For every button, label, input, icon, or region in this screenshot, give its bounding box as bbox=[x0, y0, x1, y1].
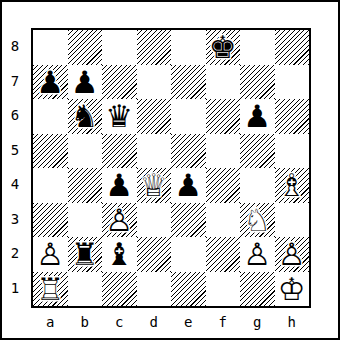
rank-label-5: 5 bbox=[2, 132, 28, 167]
chess-diagram: 87654321 ♚♚♟♟♟♟♞♞♛♛♟♟♟♟♛♕♟♟♝♗♟♙♞♘♟♙♜♜♝♝♟… bbox=[0, 0, 340, 340]
white-pawn-h2[interactable]: ♙ bbox=[275, 237, 310, 272]
piece-halo: ♚ bbox=[275, 272, 310, 307]
white-pawn-a2[interactable]: ♙ bbox=[33, 237, 68, 272]
square-a7[interactable]: ♟♟ bbox=[33, 65, 68, 100]
square-c6[interactable]: ♛♛ bbox=[102, 99, 137, 134]
square-d5[interactable] bbox=[137, 134, 172, 169]
black-pawn-b7[interactable]: ♟ bbox=[68, 65, 103, 100]
square-g5[interactable] bbox=[240, 134, 275, 169]
square-a5[interactable] bbox=[33, 134, 68, 169]
file-label-c: c bbox=[102, 310, 137, 334]
square-e7[interactable] bbox=[171, 65, 206, 100]
square-h4[interactable]: ♝♗ bbox=[275, 168, 310, 203]
square-g1[interactable] bbox=[240, 272, 275, 307]
black-pawn-g6[interactable]: ♟ bbox=[240, 99, 275, 134]
black-rook-b2[interactable]: ♜ bbox=[68, 237, 103, 272]
rank-label-6: 6 bbox=[2, 97, 28, 132]
square-h1[interactable]: ♚♔ bbox=[275, 272, 310, 307]
piece-halo: ♟ bbox=[102, 203, 137, 238]
white-pawn-c3[interactable]: ♙ bbox=[102, 203, 137, 238]
white-queen-d4[interactable]: ♕ bbox=[137, 168, 172, 203]
black-pawn-a7[interactable]: ♟ bbox=[33, 65, 68, 100]
square-d8[interactable] bbox=[137, 30, 172, 65]
rank-label-7: 7 bbox=[2, 63, 28, 98]
square-g8[interactable] bbox=[240, 30, 275, 65]
white-pawn-g2[interactable]: ♙ bbox=[240, 237, 275, 272]
square-a6[interactable] bbox=[33, 99, 68, 134]
piece-halo: ♞ bbox=[240, 203, 275, 238]
piece-halo: ♟ bbox=[102, 168, 137, 203]
black-queen-c6[interactable]: ♛ bbox=[102, 99, 137, 134]
piece-halo: ♞ bbox=[68, 99, 103, 134]
file-label-g: g bbox=[240, 310, 275, 334]
rank-label-1: 1 bbox=[2, 270, 28, 305]
piece-halo: ♚ bbox=[206, 30, 241, 65]
file-label-e: e bbox=[171, 310, 206, 334]
piece-halo: ♟ bbox=[240, 99, 275, 134]
square-a2[interactable]: ♟♙ bbox=[33, 237, 68, 272]
piece-halo: ♝ bbox=[275, 168, 310, 203]
square-f4[interactable] bbox=[206, 168, 241, 203]
square-b5[interactable] bbox=[68, 134, 103, 169]
square-b4[interactable] bbox=[68, 168, 103, 203]
square-f7[interactable] bbox=[206, 65, 241, 100]
square-c3[interactable]: ♟♙ bbox=[102, 203, 137, 238]
piece-halo: ♟ bbox=[68, 65, 103, 100]
square-f3[interactable] bbox=[206, 203, 241, 238]
square-a1[interactable]: ♜♖ bbox=[33, 272, 68, 307]
piece-halo: ♛ bbox=[137, 168, 172, 203]
square-h8[interactable] bbox=[275, 30, 310, 65]
square-a4[interactable] bbox=[33, 168, 68, 203]
piece-halo: ♟ bbox=[240, 237, 275, 272]
square-h3[interactable] bbox=[275, 203, 310, 238]
rank-label-3: 3 bbox=[2, 201, 28, 236]
square-f1[interactable] bbox=[206, 272, 241, 307]
square-c2[interactable]: ♝♝ bbox=[102, 237, 137, 272]
square-d3[interactable] bbox=[137, 203, 172, 238]
square-b2[interactable]: ♜♜ bbox=[68, 237, 103, 272]
square-b3[interactable] bbox=[68, 203, 103, 238]
square-c5[interactable] bbox=[102, 134, 137, 169]
square-c4[interactable]: ♟♟ bbox=[102, 168, 137, 203]
square-b8[interactable] bbox=[68, 30, 103, 65]
square-h5[interactable] bbox=[275, 134, 310, 169]
piece-halo: ♜ bbox=[33, 272, 68, 307]
rank-label-8: 8 bbox=[2, 28, 28, 63]
square-c1[interactable] bbox=[102, 272, 137, 307]
piece-halo: ♜ bbox=[68, 237, 103, 272]
square-h7[interactable] bbox=[275, 65, 310, 100]
piece-halo: ♟ bbox=[33, 65, 68, 100]
chess-board[interactable]: ♚♚♟♟♟♟♞♞♛♛♟♟♟♟♛♕♟♟♝♗♟♙♞♘♟♙♜♜♝♝♟♙♟♙♜♖♚♔ bbox=[31, 28, 311, 308]
piece-halo: ♛ bbox=[102, 99, 137, 134]
white-king-h1[interactable]: ♔ bbox=[275, 272, 310, 307]
square-e8[interactable] bbox=[171, 30, 206, 65]
piece-halo: ♟ bbox=[33, 237, 68, 272]
black-pawn-e4[interactable]: ♟ bbox=[171, 168, 206, 203]
rank-labels: 87654321 bbox=[2, 28, 28, 308]
square-g7[interactable] bbox=[240, 65, 275, 100]
file-label-d: d bbox=[137, 310, 172, 334]
black-king-f8[interactable]: ♚ bbox=[206, 30, 241, 65]
square-c7[interactable] bbox=[102, 65, 137, 100]
square-d2[interactable] bbox=[137, 237, 172, 272]
rank-label-4: 4 bbox=[2, 166, 28, 201]
black-bishop-c2[interactable]: ♝ bbox=[102, 237, 137, 272]
white-bishop-h4[interactable]: ♗ bbox=[275, 168, 310, 203]
white-rook-a1[interactable]: ♖ bbox=[33, 272, 68, 307]
file-labels: abcdefgh bbox=[33, 310, 309, 334]
square-b6[interactable]: ♞♞ bbox=[68, 99, 103, 134]
square-g4[interactable] bbox=[240, 168, 275, 203]
black-knight-b6[interactable]: ♞ bbox=[68, 99, 103, 134]
file-label-h: h bbox=[275, 310, 310, 334]
file-label-a: a bbox=[33, 310, 68, 334]
square-g3[interactable]: ♞♘ bbox=[240, 203, 275, 238]
piece-halo: ♟ bbox=[171, 168, 206, 203]
square-d7[interactable] bbox=[137, 65, 172, 100]
square-e2[interactable] bbox=[171, 237, 206, 272]
square-h2[interactable]: ♟♙ bbox=[275, 237, 310, 272]
piece-halo: ♝ bbox=[102, 237, 137, 272]
square-f6[interactable] bbox=[206, 99, 241, 134]
square-g2[interactable]: ♟♙ bbox=[240, 237, 275, 272]
square-f8[interactable]: ♚♚ bbox=[206, 30, 241, 65]
file-label-b: b bbox=[68, 310, 103, 334]
square-b7[interactable]: ♟♟ bbox=[68, 65, 103, 100]
rank-label-2: 2 bbox=[2, 235, 28, 270]
square-g6[interactable]: ♟♟ bbox=[240, 99, 275, 134]
piece-halo: ♟ bbox=[275, 237, 310, 272]
square-e1[interactable] bbox=[171, 272, 206, 307]
white-knight-g3[interactable]: ♘ bbox=[240, 203, 275, 238]
square-d6[interactable] bbox=[137, 99, 172, 134]
square-e5[interactable] bbox=[171, 134, 206, 169]
square-f2[interactable] bbox=[206, 237, 241, 272]
square-a3[interactable] bbox=[33, 203, 68, 238]
square-d4[interactable]: ♛♕ bbox=[137, 168, 172, 203]
square-f5[interactable] bbox=[206, 134, 241, 169]
square-b1[interactable] bbox=[68, 272, 103, 307]
file-label-f: f bbox=[206, 310, 241, 334]
square-e3[interactable] bbox=[171, 203, 206, 238]
square-a8[interactable] bbox=[33, 30, 68, 65]
square-e6[interactable] bbox=[171, 99, 206, 134]
square-e4[interactable]: ♟♟ bbox=[171, 168, 206, 203]
square-d1[interactable] bbox=[137, 272, 172, 307]
square-c8[interactable] bbox=[102, 30, 137, 65]
square-h6[interactable] bbox=[275, 99, 310, 134]
black-pawn-c4[interactable]: ♟ bbox=[102, 168, 137, 203]
